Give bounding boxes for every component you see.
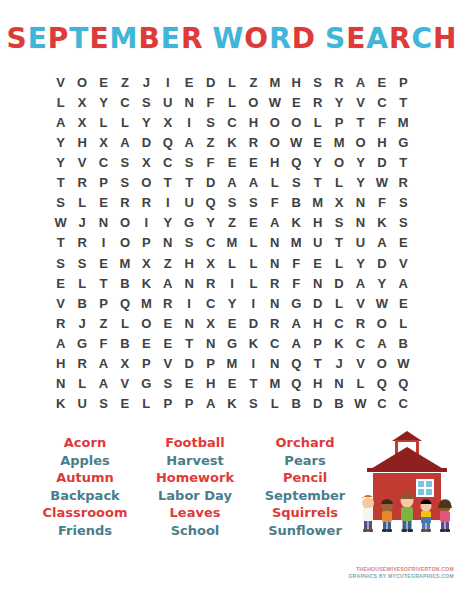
grid-cell[interactable]: P	[157, 394, 178, 414]
grid-cell[interactable]: G	[286, 293, 307, 313]
grid-cell[interactable]: U	[157, 92, 178, 112]
grid-cell[interactable]: L	[328, 253, 349, 273]
grid-cell[interactable]: E	[178, 72, 199, 92]
grid-cell[interactable]: O	[114, 213, 135, 233]
grid-cell[interactable]: L	[264, 394, 285, 414]
grid-cell[interactable]: H	[71, 132, 92, 152]
grid-cell[interactable]: I	[157, 193, 178, 213]
grid-cell[interactable]: L	[350, 374, 371, 394]
grid-cell[interactable]: F	[200, 92, 221, 112]
page-title: SEPTEMBER WORD SEARCH	[0, 22, 464, 56]
grid-cell[interactable]: M	[114, 253, 135, 273]
grid-cell[interactable]: U	[307, 233, 328, 253]
grid-cell[interactable]: A	[286, 313, 307, 333]
grid-cell[interactable]: E	[307, 253, 328, 273]
grid-cell[interactable]: E	[221, 374, 242, 394]
grid-cell[interactable]: O	[264, 132, 285, 152]
grid-cell[interactable]: N	[200, 334, 221, 354]
grid-cell[interactable]: T	[178, 173, 199, 193]
grid-cell[interactable]: M	[328, 132, 349, 152]
grid-cell[interactable]: S	[243, 193, 264, 213]
grid-cell[interactable]: L	[243, 233, 264, 253]
grid-cell[interactable]: N	[178, 92, 199, 112]
grid-cell[interactable]: R	[71, 233, 92, 253]
grid-cell[interactable]: M	[221, 354, 242, 374]
grid-cell[interactable]: I	[243, 354, 264, 374]
grid-cell[interactable]: N	[264, 293, 285, 313]
grid-cell[interactable]: M	[264, 374, 285, 394]
grid-cell[interactable]: Y	[221, 293, 242, 313]
title-letter: W	[212, 22, 244, 55]
grid-cell[interactable]: B	[393, 334, 414, 354]
grid-cell[interactable]: H	[286, 72, 307, 92]
grid-cell[interactable]: S	[393, 213, 414, 233]
grid-cell[interactable]: Z	[114, 72, 135, 92]
grid-cell[interactable]: L	[221, 253, 242, 273]
grid-cell[interactable]: Y	[50, 152, 71, 172]
grid-cell[interactable]: L	[221, 92, 242, 112]
grid-cell[interactable]: N	[157, 233, 178, 253]
grid-cell[interactable]: D	[243, 313, 264, 333]
grid-cell[interactable]: R	[328, 72, 349, 92]
grid-cell[interactable]: E	[393, 293, 414, 313]
grid-cell[interactable]: S	[114, 152, 135, 172]
grid-cell[interactable]: S	[393, 193, 414, 213]
grid-cell[interactable]: Y	[307, 152, 328, 172]
grid-cell[interactable]: C	[328, 313, 349, 333]
grid-cell[interactable]: D	[178, 354, 199, 374]
grid-cell[interactable]: V	[157, 354, 178, 374]
grid-cell[interactable]: I	[136, 213, 157, 233]
grid-cell[interactable]: M	[393, 112, 414, 132]
grid-cell[interactable]: R	[50, 313, 71, 333]
grid-cell[interactable]: E	[286, 92, 307, 112]
grid-cell[interactable]: N	[93, 213, 114, 233]
grid-cell[interactable]: O	[71, 72, 92, 92]
grid-cell[interactable]: A	[371, 233, 392, 253]
grid-cell[interactable]: T	[307, 173, 328, 193]
grid-cell[interactable]: W	[50, 213, 71, 233]
grid-cell[interactable]: A	[93, 354, 114, 374]
grid-cell[interactable]: C	[200, 233, 221, 253]
grid-cell[interactable]: L	[221, 72, 242, 92]
grid-cell[interactable]: E	[157, 313, 178, 333]
grid-cell[interactable]: T	[393, 152, 414, 172]
grid-cell[interactable]: H	[243, 112, 264, 132]
grid-cell[interactable]: K	[328, 334, 349, 354]
grid-cell[interactable]: K	[50, 394, 71, 414]
grid-cell[interactable]: P	[93, 293, 114, 313]
grid-cell[interactable]: R	[157, 293, 178, 313]
grid-cell[interactable]: T	[157, 173, 178, 193]
grid-cell[interactable]: W	[393, 354, 414, 374]
grid-cell[interactable]: P	[136, 354, 157, 374]
grid-cell[interactable]: N	[350, 213, 371, 233]
grid-cell[interactable]: A	[157, 273, 178, 293]
grid-cell[interactable]: D	[200, 72, 221, 92]
grid-cell[interactable]: S	[307, 72, 328, 92]
grid-cell[interactable]: Q	[286, 354, 307, 374]
grid-cell[interactable]: U	[178, 193, 199, 213]
grid-cell[interactable]: L	[243, 253, 264, 273]
grid-cell[interactable]: R	[71, 354, 92, 374]
grid-cell[interactable]: O	[328, 152, 349, 172]
grid-cell[interactable]: Y	[200, 213, 221, 233]
grid-cell[interactable]: G	[178, 213, 199, 233]
grid-cell[interactable]: S	[93, 394, 114, 414]
grid-cell[interactable]: L	[328, 293, 349, 313]
grid-cell[interactable]: S	[71, 253, 92, 273]
grid-cell[interactable]: E	[243, 152, 264, 172]
title-letter: D	[292, 22, 316, 55]
grid-cell[interactable]: V	[71, 152, 92, 172]
grid-cell[interactable]: M	[264, 72, 285, 92]
grid-cell[interactable]: X	[71, 112, 92, 132]
grid-cell[interactable]: E	[93, 253, 114, 273]
grid-cell[interactable]: X	[157, 112, 178, 132]
grid-cell[interactable]: E	[136, 334, 157, 354]
grid-cell[interactable]: Y	[136, 112, 157, 132]
grid-cell[interactable]: C	[393, 394, 414, 414]
grid-cell[interactable]: K	[286, 213, 307, 233]
grid-cell[interactable]: F	[93, 334, 114, 354]
grid-cell[interactable]: O	[350, 132, 371, 152]
grid-cell[interactable]: S	[221, 193, 242, 213]
grid-cell[interactable]: Z	[243, 72, 264, 92]
grid-cell[interactable]: E	[50, 273, 71, 293]
grid-cell[interactable]: B	[114, 334, 135, 354]
grid-cell[interactable]: Y	[50, 132, 71, 152]
grid-cell[interactable]: R	[136, 193, 157, 213]
grid-cell[interactable]: J	[71, 213, 92, 233]
grid-cell[interactable]: S	[136, 92, 157, 112]
grid-cell[interactable]: Q	[371, 374, 392, 394]
grid-cell[interactable]: X	[328, 193, 349, 213]
grid-cell[interactable]: P	[178, 394, 199, 414]
grid-cell[interactable]: A	[350, 273, 371, 293]
grid-cell[interactable]: K	[243, 334, 264, 354]
grid-cell[interactable]: Y	[328, 92, 349, 112]
grid-cell[interactable]: B	[286, 193, 307, 213]
grid-cell[interactable]: Y	[350, 152, 371, 172]
grid-cell[interactable]: G	[136, 374, 157, 394]
grid-cell[interactable]: T	[307, 354, 328, 374]
grid-cell[interactable]: P	[307, 334, 328, 354]
grid-cell[interactable]: G	[71, 334, 92, 354]
grid-cell[interactable]: D	[307, 293, 328, 313]
grid-cell[interactable]: J	[328, 354, 349, 374]
grid-cell[interactable]: E	[393, 233, 414, 253]
word-list-item: Labor Day	[140, 487, 250, 505]
grid-cell[interactable]: R	[307, 92, 328, 112]
grid-cell[interactable]: Q	[114, 293, 135, 313]
grid-cell[interactable]: O	[114, 233, 135, 253]
grid-cell[interactable]: P	[200, 354, 221, 374]
grid-cell[interactable]: S	[114, 173, 135, 193]
grid-cell[interactable]: H	[264, 152, 285, 172]
grid-cell[interactable]: W	[286, 132, 307, 152]
grid-cell[interactable]: S	[50, 253, 71, 273]
grid-cell[interactable]: X	[136, 253, 157, 273]
grid-cell[interactable]: T	[50, 173, 71, 193]
title-letter: A	[366, 22, 389, 55]
grid-cell[interactable]: L	[393, 313, 414, 333]
grid-cell[interactable]: C	[221, 112, 242, 132]
grid-cell[interactable]: G	[221, 334, 242, 354]
grid-cell[interactable]: Y	[350, 253, 371, 273]
grid-cell[interactable]: B	[71, 293, 92, 313]
grid-cell[interactable]: O	[371, 313, 392, 333]
grid-cell[interactable]: D	[200, 173, 221, 193]
grid-cell[interactable]: M	[307, 193, 328, 213]
grid-cell[interactable]: E	[157, 334, 178, 354]
grid-cell[interactable]: K	[136, 273, 157, 293]
grid-cell[interactable]: D	[371, 253, 392, 273]
grid-cell[interactable]: S	[178, 152, 199, 172]
grid-cell[interactable]: Q	[286, 374, 307, 394]
grid-cell[interactable]: X	[200, 313, 221, 333]
grid-cell[interactable]: A	[286, 334, 307, 354]
grid-cell[interactable]: C	[157, 152, 178, 172]
grid-cell[interactable]: Z	[93, 313, 114, 333]
grid-cell[interactable]: I	[243, 293, 264, 313]
title-letter: H	[433, 22, 457, 55]
grid-cell[interactable]: S	[286, 173, 307, 193]
grid-cell[interactable]: T	[393, 92, 414, 112]
grid-cell[interactable]: I	[157, 72, 178, 92]
grid-cell[interactable]: I	[93, 233, 114, 253]
grid-cell[interactable]: G	[393, 132, 414, 152]
grid-cell[interactable]: H	[50, 354, 71, 374]
grid-cell[interactable]: A	[221, 173, 242, 193]
grid-cell[interactable]: S	[243, 394, 264, 414]
grid-cell[interactable]: Y	[93, 92, 114, 112]
grid-cell[interactable]: H	[307, 313, 328, 333]
grid-cell[interactable]: C	[350, 334, 371, 354]
grid-cell[interactable]: B	[286, 394, 307, 414]
grid-cell[interactable]: S	[178, 233, 199, 253]
grid-cell[interactable]: Y	[350, 173, 371, 193]
title-letter: M	[110, 22, 139, 55]
grid-cell[interactable]: Y	[157, 213, 178, 233]
grid-cell[interactable]: B	[114, 273, 135, 293]
grid-cell[interactable]: T	[93, 273, 114, 293]
grid-cell[interactable]: R	[264, 313, 285, 333]
grid-cell[interactable]: P	[393, 72, 414, 92]
grid-cell[interactable]: M	[221, 233, 242, 253]
grid-cell[interactable]: A	[264, 213, 285, 233]
grid-cell[interactable]: W	[371, 173, 392, 193]
grid-cell[interactable]: E	[114, 394, 135, 414]
grid-cell[interactable]: M	[286, 233, 307, 253]
grid-cell[interactable]: R	[243, 132, 264, 152]
grid-cell[interactable]: R	[350, 313, 371, 333]
grid-cell[interactable]: U	[350, 233, 371, 253]
grid-cell[interactable]: L	[114, 112, 135, 132]
grid-cell[interactable]: P	[93, 173, 114, 193]
grid-cell[interactable]: F	[200, 152, 221, 172]
grid-cell[interactable]: V	[350, 92, 371, 112]
grid-cell[interactable]: O	[136, 313, 157, 333]
grid-cell[interactable]: T	[350, 112, 371, 132]
grid-cell[interactable]: L	[136, 394, 157, 414]
grid-cell[interactable]: V	[50, 293, 71, 313]
grid-cell[interactable]: A	[371, 334, 392, 354]
grid-cell[interactable]: L	[71, 273, 92, 293]
grid-cell[interactable]: S	[50, 193, 71, 213]
grid-cell[interactable]: L	[50, 92, 71, 112]
grid-cell[interactable]: W	[264, 92, 285, 112]
grid-cell[interactable]: A	[350, 72, 371, 92]
grid-cell[interactable]: Q	[393, 374, 414, 394]
grid-cell[interactable]: Z	[157, 253, 178, 273]
grid-cell[interactable]: R	[393, 173, 414, 193]
grid-cell[interactable]: E	[307, 132, 328, 152]
grid-cell[interactable]: E	[93, 72, 114, 92]
grid-cell[interactable]: C	[371, 394, 392, 414]
grid-cell[interactable]: E	[371, 72, 392, 92]
grid-cell[interactable]: T	[328, 233, 349, 253]
grid-cell[interactable]: F	[371, 112, 392, 132]
grid-cell[interactable]: T	[50, 233, 71, 253]
grid-cell[interactable]: B	[328, 394, 349, 414]
grid-cell[interactable]: O	[286, 112, 307, 132]
grid-cell[interactable]: I	[178, 293, 199, 313]
grid-cell[interactable]: L	[307, 112, 328, 132]
grid-cell[interactable]: Q	[157, 132, 178, 152]
grid-cell[interactable]: A	[178, 132, 199, 152]
grid-cell[interactable]: L	[114, 313, 135, 333]
grid-cell[interactable]: H	[200, 374, 221, 394]
grid-cell[interactable]: F	[286, 273, 307, 293]
grid-cell[interactable]: N	[178, 273, 199, 293]
grid-cell[interactable]: V	[350, 354, 371, 374]
grid-cell[interactable]: X	[93, 132, 114, 152]
grid-cell[interactable]: C	[200, 293, 221, 313]
grid-cell[interactable]: D	[136, 132, 157, 152]
grid-cell[interactable]: X	[136, 152, 157, 172]
worksheet-page: SEPTEMBER WORD SEARCH VOEZJIEDLZMHSRAEPL…	[0, 0, 464, 600]
grid-cell[interactable]: N	[264, 233, 285, 253]
grid-cell[interactable]: T	[243, 374, 264, 394]
grid-cell[interactable]: N	[178, 313, 199, 333]
grid-cell[interactable]: Z	[221, 213, 242, 233]
grid-cell[interactable]: C	[371, 92, 392, 112]
grid-cell[interactable]: O	[264, 112, 285, 132]
grid-cell[interactable]: A	[93, 374, 114, 394]
grid-cell[interactable]: V	[114, 374, 135, 394]
grid-cell[interactable]: L	[328, 173, 349, 193]
grid-cell[interactable]: X	[200, 253, 221, 273]
grid-cell[interactable]: W	[371, 293, 392, 313]
grid-cell[interactable]: O	[371, 354, 392, 374]
grid-cell[interactable]: Z	[200, 132, 221, 152]
grid-cell[interactable]: R	[71, 173, 92, 193]
grid-cell[interactable]: M	[136, 293, 157, 313]
grid-cell[interactable]: E	[221, 152, 242, 172]
grid-cell[interactable]: Q	[286, 152, 307, 172]
grid-cell[interactable]: L	[71, 193, 92, 213]
grid-cell[interactable]: H	[178, 253, 199, 273]
grid-cell[interactable]: A	[243, 173, 264, 193]
grid-cell[interactable]: X	[114, 354, 135, 374]
grid-cell[interactable]: A	[50, 112, 71, 132]
grid-cell[interactable]: S	[200, 112, 221, 132]
word-list-item: Homework	[140, 469, 250, 487]
grid-cell[interactable]: V	[350, 293, 371, 313]
grid-cell[interactable]: D	[307, 394, 328, 414]
grid-cell[interactable]: A	[114, 132, 135, 152]
grid-cell[interactable]: P	[328, 112, 349, 132]
grid-cell[interactable]: E	[243, 213, 264, 233]
grid-cell[interactable]: V	[393, 253, 414, 273]
word-list-item: Autumn	[30, 469, 140, 487]
grid-cell[interactable]: J	[136, 72, 157, 92]
grid-cell[interactable]: N	[350, 193, 371, 213]
grid-cell[interactable]: N	[50, 374, 71, 394]
grid-cell[interactable]: L	[93, 112, 114, 132]
grid-cell[interactable]: W	[350, 394, 371, 414]
grid-cell[interactable]: L	[243, 273, 264, 293]
grid-cell[interactable]: E	[93, 193, 114, 213]
grid-cell[interactable]: C	[264, 334, 285, 354]
grid-cell[interactable]: X	[71, 92, 92, 112]
grid-cell[interactable]: C	[114, 92, 135, 112]
grid-cell[interactable]: K	[221, 132, 242, 152]
grid-cell[interactable]: H	[371, 132, 392, 152]
grid-cell[interactable]: A	[393, 273, 414, 293]
grid-cell[interactable]: T	[178, 334, 199, 354]
grid-cell[interactable]: A	[50, 334, 71, 354]
grid-cell[interactable]: I	[221, 273, 242, 293]
grid-cell[interactable]: J	[71, 313, 92, 333]
grid-cell[interactable]: V	[50, 72, 71, 92]
grid-cell[interactable]: R	[200, 273, 221, 293]
grid-cell[interactable]: L	[71, 374, 92, 394]
word-list-item: Pears	[250, 452, 360, 470]
grid-cell[interactable]: K	[221, 394, 242, 414]
grid-cell[interactable]: D	[371, 152, 392, 172]
grid-cell[interactable]: H	[307, 374, 328, 394]
grid-cell[interactable]: E	[221, 313, 242, 333]
grid-cell[interactable]: O	[243, 92, 264, 112]
grid-cell[interactable]: N	[264, 354, 285, 374]
grid-cell[interactable]: A	[200, 394, 221, 414]
grid-cell[interactable]: C	[93, 152, 114, 172]
grid-cell[interactable]: F	[371, 193, 392, 213]
grid-cell[interactable]: I	[178, 112, 199, 132]
grid-cell[interactable]: Q	[200, 193, 221, 213]
grid-cell[interactable]: R	[114, 193, 135, 213]
grid-cell[interactable]: E	[178, 374, 199, 394]
grid-cell[interactable]: P	[136, 233, 157, 253]
grid-cell[interactable]: U	[71, 394, 92, 414]
grid-cell[interactable]: N	[307, 273, 328, 293]
grid-cell[interactable]: L	[264, 173, 285, 193]
grid-cell[interactable]: Y	[371, 273, 392, 293]
grid-cell[interactable]: K	[371, 213, 392, 233]
grid-cell[interactable]: H	[307, 213, 328, 233]
grid-cell[interactable]: R	[264, 273, 285, 293]
grid-cell[interactable]: D	[328, 273, 349, 293]
grid-cell[interactable]: N	[264, 253, 285, 273]
grid-cell[interactable]: F	[264, 193, 285, 213]
grid-cell[interactable]: N	[328, 374, 349, 394]
grid-cell[interactable]: O	[136, 173, 157, 193]
grid-cell[interactable]: S	[328, 213, 349, 233]
grid-cell[interactable]: F	[286, 253, 307, 273]
grid-cell[interactable]: S	[157, 374, 178, 394]
